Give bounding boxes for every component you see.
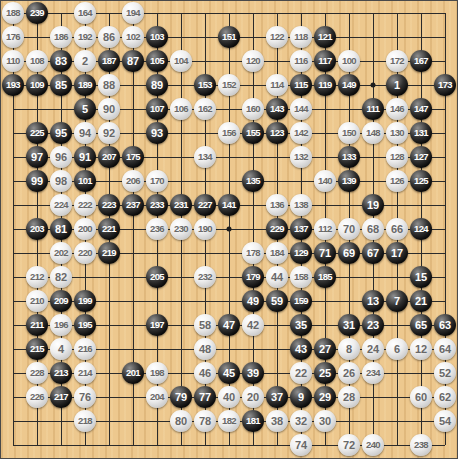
intersection-o1[interactable]: [337, 1, 361, 25]
intersection-p2[interactable]: [361, 25, 385, 49]
intersection-r16[interactable]: [409, 361, 433, 385]
intersection-h10[interactable]: 230: [169, 217, 193, 241]
intersection-p1[interactable]: [361, 1, 385, 25]
intersection-i6[interactable]: [193, 121, 217, 145]
intersection-i11[interactable]: [193, 241, 217, 265]
intersection-b10[interactable]: 203: [25, 217, 49, 241]
intersection-j7[interactable]: [217, 145, 241, 169]
intersection-q3[interactable]: 172: [385, 49, 409, 73]
intersection-i19[interactable]: [193, 433, 217, 457]
intersection-l3[interactable]: [265, 49, 289, 73]
intersection-r1[interactable]: [409, 1, 433, 25]
intersection-s17[interactable]: 62: [433, 385, 457, 409]
intersection-n6[interactable]: [313, 121, 337, 145]
intersection-o19[interactable]: 72: [337, 433, 361, 457]
intersection-h12[interactable]: [169, 265, 193, 289]
intersection-m5[interactable]: 144: [289, 97, 313, 121]
intersection-e16[interactable]: [97, 361, 121, 385]
intersection-i8[interactable]: [193, 169, 217, 193]
intersection-a5[interactable]: [1, 97, 25, 121]
intersection-i2[interactable]: [193, 25, 217, 49]
intersection-b13[interactable]: 210: [25, 289, 49, 313]
intersection-d10[interactable]: 200: [73, 217, 97, 241]
intersection-a1[interactable]: 188: [1, 1, 25, 25]
intersection-a15[interactable]: [1, 337, 25, 361]
intersection-r2[interactable]: [409, 25, 433, 49]
intersection-d16[interactable]: 214: [73, 361, 97, 385]
intersection-s12[interactable]: [433, 265, 457, 289]
intersection-n18[interactable]: 30: [313, 409, 337, 433]
intersection-a10[interactable]: [1, 217, 25, 241]
intersection-j14[interactable]: 47: [217, 313, 241, 337]
intersection-g3[interactable]: 105: [145, 49, 169, 73]
intersection-m12[interactable]: 158: [289, 265, 313, 289]
intersection-j17[interactable]: 40: [217, 385, 241, 409]
intersection-a2[interactable]: 176: [1, 25, 25, 49]
intersection-j10[interactable]: [217, 217, 241, 241]
intersection-j4[interactable]: 152: [217, 73, 241, 97]
intersection-m18[interactable]: 32: [289, 409, 313, 433]
intersection-j3[interactable]: [217, 49, 241, 73]
intersection-e12[interactable]: [97, 265, 121, 289]
intersection-j19[interactable]: [217, 433, 241, 457]
intersection-b17[interactable]: 226: [25, 385, 49, 409]
intersection-s15[interactable]: 64: [433, 337, 457, 361]
intersection-f5[interactable]: [121, 97, 145, 121]
intersection-m16[interactable]: 22: [289, 361, 313, 385]
intersection-l14[interactable]: [265, 313, 289, 337]
intersection-b5[interactable]: [25, 97, 49, 121]
intersection-m1[interactable]: [289, 1, 313, 25]
intersection-b8[interactable]: 99: [25, 169, 49, 193]
intersection-p13[interactable]: 13: [361, 289, 385, 313]
intersection-l19[interactable]: [265, 433, 289, 457]
intersection-a13[interactable]: [1, 289, 25, 313]
intersection-p8[interactable]: [361, 169, 385, 193]
intersection-q5[interactable]: 146: [385, 97, 409, 121]
intersection-q7[interactable]: 128: [385, 145, 409, 169]
intersection-g10[interactable]: 236: [145, 217, 169, 241]
intersection-g9[interactable]: 233: [145, 193, 169, 217]
intersection-d2[interactable]: 192: [73, 25, 97, 49]
intersection-l15[interactable]: [265, 337, 289, 361]
intersection-c7[interactable]: 96: [49, 145, 73, 169]
intersection-e5[interactable]: 90: [97, 97, 121, 121]
intersection-q11[interactable]: 17: [385, 241, 409, 265]
intersection-h7[interactable]: [169, 145, 193, 169]
intersection-f4[interactable]: [121, 73, 145, 97]
intersection-e7[interactable]: 207: [97, 145, 121, 169]
intersection-s8[interactable]: [433, 169, 457, 193]
intersection-h11[interactable]: [169, 241, 193, 265]
intersection-l1[interactable]: [265, 1, 289, 25]
intersection-l16[interactable]: [265, 361, 289, 385]
intersection-r6[interactable]: 131: [409, 121, 433, 145]
intersection-d15[interactable]: 216: [73, 337, 97, 361]
intersection-m4[interactable]: 115: [289, 73, 313, 97]
intersection-f17[interactable]: [121, 385, 145, 409]
intersection-h6[interactable]: [169, 121, 193, 145]
intersection-p19[interactable]: 240: [361, 433, 385, 457]
intersection-j6[interactable]: 156: [217, 121, 241, 145]
intersection-r5[interactable]: 147: [409, 97, 433, 121]
intersection-j8[interactable]: [217, 169, 241, 193]
intersection-a4[interactable]: 193: [1, 73, 25, 97]
intersection-b6[interactable]: 225: [25, 121, 49, 145]
intersection-g2[interactable]: 103: [145, 25, 169, 49]
intersection-o15[interactable]: 8: [337, 337, 361, 361]
intersection-c8[interactable]: 98: [49, 169, 73, 193]
intersection-m2[interactable]: 118: [289, 25, 313, 49]
intersection-p16[interactable]: 234: [361, 361, 385, 385]
intersection-i16[interactable]: 46: [193, 361, 217, 385]
intersection-a18[interactable]: [1, 409, 25, 433]
intersection-i9[interactable]: 227: [193, 193, 217, 217]
intersection-l7[interactable]: [265, 145, 289, 169]
intersection-o11[interactable]: 69: [337, 241, 361, 265]
intersection-k5[interactable]: 160: [241, 97, 265, 121]
intersection-g12[interactable]: 205: [145, 265, 169, 289]
intersection-h18[interactable]: 80: [169, 409, 193, 433]
intersection-e15[interactable]: [97, 337, 121, 361]
intersection-i4[interactable]: 153: [193, 73, 217, 97]
intersection-g11[interactable]: [145, 241, 169, 265]
intersection-j1[interactable]: [217, 1, 241, 25]
intersection-c17[interactable]: 217: [49, 385, 73, 409]
intersection-a3[interactable]: 110: [1, 49, 25, 73]
intersection-k4[interactable]: [241, 73, 265, 97]
intersection-d3[interactable]: 2: [73, 49, 97, 73]
intersection-f8[interactable]: 206: [121, 169, 145, 193]
intersection-h5[interactable]: 106: [169, 97, 193, 121]
intersection-m11[interactable]: 129: [289, 241, 313, 265]
intersection-e19[interactable]: [97, 433, 121, 457]
intersection-a17[interactable]: [1, 385, 25, 409]
intersection-c15[interactable]: 4: [49, 337, 73, 361]
intersection-j13[interactable]: [217, 289, 241, 313]
intersection-m3[interactable]: 116: [289, 49, 313, 73]
intersection-d5[interactable]: 5: [73, 97, 97, 121]
intersection-c11[interactable]: 202: [49, 241, 73, 265]
intersection-n13[interactable]: [313, 289, 337, 313]
intersection-b7[interactable]: 97: [25, 145, 49, 169]
intersection-k8[interactable]: 135: [241, 169, 265, 193]
intersection-n16[interactable]: 25: [313, 361, 337, 385]
intersection-c1[interactable]: [49, 1, 73, 25]
intersection-r11[interactable]: [409, 241, 433, 265]
intersection-f15[interactable]: [121, 337, 145, 361]
intersection-l17[interactable]: 37: [265, 385, 289, 409]
intersection-a16[interactable]: [1, 361, 25, 385]
intersection-d17[interactable]: 76: [73, 385, 97, 409]
intersection-r3[interactable]: 167: [409, 49, 433, 73]
intersection-e14[interactable]: [97, 313, 121, 337]
intersection-g6[interactable]: 93: [145, 121, 169, 145]
intersection-s13[interactable]: [433, 289, 457, 313]
intersection-n17[interactable]: 29: [313, 385, 337, 409]
intersection-p3[interactable]: [361, 49, 385, 73]
intersection-e10[interactable]: 221: [97, 217, 121, 241]
intersection-n10[interactable]: 112: [313, 217, 337, 241]
intersection-b14[interactable]: 211: [25, 313, 49, 337]
intersection-p9[interactable]: 19: [361, 193, 385, 217]
intersection-b3[interactable]: 108: [25, 49, 49, 73]
intersection-s11[interactable]: [433, 241, 457, 265]
intersection-g16[interactable]: 198: [145, 361, 169, 385]
intersection-h1[interactable]: [169, 1, 193, 25]
intersection-d8[interactable]: 101: [73, 169, 97, 193]
intersection-f1[interactable]: 194: [121, 1, 145, 25]
intersection-i13[interactable]: [193, 289, 217, 313]
intersection-d7[interactable]: 91: [73, 145, 97, 169]
intersection-m13[interactable]: 159: [289, 289, 313, 313]
intersection-q2[interactable]: [385, 25, 409, 49]
intersection-h16[interactable]: [169, 361, 193, 385]
intersection-k6[interactable]: 155: [241, 121, 265, 145]
intersection-c5[interactable]: [49, 97, 73, 121]
intersection-o10[interactable]: 70: [337, 217, 361, 241]
intersection-k16[interactable]: 39: [241, 361, 265, 385]
intersection-a12[interactable]: [1, 265, 25, 289]
intersection-s10[interactable]: [433, 217, 457, 241]
intersection-h15[interactable]: [169, 337, 193, 361]
intersection-a7[interactable]: [1, 145, 25, 169]
intersection-r18[interactable]: [409, 409, 433, 433]
intersection-j9[interactable]: 141: [217, 193, 241, 217]
intersection-c13[interactable]: 209: [49, 289, 73, 313]
intersection-e18[interactable]: [97, 409, 121, 433]
intersection-q18[interactable]: [385, 409, 409, 433]
intersection-c19[interactable]: [49, 433, 73, 457]
intersection-n19[interactable]: [313, 433, 337, 457]
intersection-i7[interactable]: 134: [193, 145, 217, 169]
intersection-m10[interactable]: 137: [289, 217, 313, 241]
intersection-k17[interactable]: 20: [241, 385, 265, 409]
intersection-d6[interactable]: 94: [73, 121, 97, 145]
intersection-n3[interactable]: 117: [313, 49, 337, 73]
intersection-r9[interactable]: [409, 193, 433, 217]
intersection-s14[interactable]: 63: [433, 313, 457, 337]
intersection-s6[interactable]: [433, 121, 457, 145]
intersection-s18[interactable]: 54: [433, 409, 457, 433]
intersection-k3[interactable]: 120: [241, 49, 265, 73]
intersection-f13[interactable]: [121, 289, 145, 313]
intersection-i17[interactable]: 77: [193, 385, 217, 409]
intersection-f18[interactable]: [121, 409, 145, 433]
intersection-s9[interactable]: [433, 193, 457, 217]
intersection-q4[interactable]: 1: [385, 73, 409, 97]
intersection-n12[interactable]: 185: [313, 265, 337, 289]
intersection-s5[interactable]: [433, 97, 457, 121]
intersection-o13[interactable]: [337, 289, 361, 313]
intersection-q1[interactable]: [385, 1, 409, 25]
intersection-l9[interactable]: 136: [265, 193, 289, 217]
intersection-h13[interactable]: [169, 289, 193, 313]
intersection-r14[interactable]: 65: [409, 313, 433, 337]
intersection-a8[interactable]: [1, 169, 25, 193]
intersection-e11[interactable]: 219: [97, 241, 121, 265]
intersection-q9[interactable]: [385, 193, 409, 217]
intersection-c18[interactable]: [49, 409, 73, 433]
intersection-c10[interactable]: 81: [49, 217, 73, 241]
intersection-n11[interactable]: 71: [313, 241, 337, 265]
intersection-j11[interactable]: [217, 241, 241, 265]
intersection-q13[interactable]: 7: [385, 289, 409, 313]
intersection-c14[interactable]: 196: [49, 313, 73, 337]
intersection-f9[interactable]: 237: [121, 193, 145, 217]
intersection-k10[interactable]: [241, 217, 265, 241]
intersection-i1[interactable]: [193, 1, 217, 25]
intersection-n2[interactable]: 121: [313, 25, 337, 49]
intersection-h19[interactable]: [169, 433, 193, 457]
intersection-p5[interactable]: 111: [361, 97, 385, 121]
intersection-d1[interactable]: 164: [73, 1, 97, 25]
intersection-c12[interactable]: 82: [49, 265, 73, 289]
intersection-i18[interactable]: 78: [193, 409, 217, 433]
intersection-a19[interactable]: [1, 433, 25, 457]
intersection-f2[interactable]: 102: [121, 25, 145, 49]
intersection-r8[interactable]: 125: [409, 169, 433, 193]
intersection-f14[interactable]: [121, 313, 145, 337]
intersection-s3[interactable]: [433, 49, 457, 73]
intersection-q14[interactable]: [385, 313, 409, 337]
intersection-k13[interactable]: 49: [241, 289, 265, 313]
intersection-o12[interactable]: [337, 265, 361, 289]
intersection-k2[interactable]: [241, 25, 265, 49]
intersection-f11[interactable]: [121, 241, 145, 265]
intersection-a14[interactable]: [1, 313, 25, 337]
intersection-k12[interactable]: 179: [241, 265, 265, 289]
intersection-p11[interactable]: 67: [361, 241, 385, 265]
intersection-o6[interactable]: 150: [337, 121, 361, 145]
intersection-r19[interactable]: 238: [409, 433, 433, 457]
intersection-k11[interactable]: 178: [241, 241, 265, 265]
intersection-g18[interactable]: [145, 409, 169, 433]
intersection-k14[interactable]: 42: [241, 313, 265, 337]
intersection-o18[interactable]: [337, 409, 361, 433]
intersection-r12[interactable]: 15: [409, 265, 433, 289]
intersection-q15[interactable]: 6: [385, 337, 409, 361]
intersection-k15[interactable]: [241, 337, 265, 361]
intersection-l10[interactable]: 229: [265, 217, 289, 241]
intersection-p10[interactable]: 68: [361, 217, 385, 241]
intersection-b9[interactable]: [25, 193, 49, 217]
intersection-p4[interactable]: [361, 73, 385, 97]
intersection-h8[interactable]: [169, 169, 193, 193]
intersection-j2[interactable]: 151: [217, 25, 241, 49]
intersection-r13[interactable]: 21: [409, 289, 433, 313]
intersection-e4[interactable]: 88: [97, 73, 121, 97]
intersection-n15[interactable]: 27: [313, 337, 337, 361]
intersection-b19[interactable]: [25, 433, 49, 457]
intersection-o8[interactable]: 139: [337, 169, 361, 193]
intersection-i5[interactable]: 162: [193, 97, 217, 121]
intersection-i15[interactable]: 48: [193, 337, 217, 361]
intersection-g13[interactable]: [145, 289, 169, 313]
intersection-b11[interactable]: [25, 241, 49, 265]
intersection-p6[interactable]: 148: [361, 121, 385, 145]
intersection-e1[interactable]: [97, 1, 121, 25]
intersection-j18[interactable]: 182: [217, 409, 241, 433]
intersection-r17[interactable]: 60: [409, 385, 433, 409]
intersection-c4[interactable]: 85: [49, 73, 73, 97]
intersection-s2[interactable]: [433, 25, 457, 49]
intersection-a9[interactable]: [1, 193, 25, 217]
intersection-e13[interactable]: [97, 289, 121, 313]
intersection-m15[interactable]: 43: [289, 337, 313, 361]
intersection-d4[interactable]: 189: [73, 73, 97, 97]
intersection-m7[interactable]: 132: [289, 145, 313, 169]
intersection-g19[interactable]: [145, 433, 169, 457]
intersection-p18[interactable]: [361, 409, 385, 433]
intersection-q19[interactable]: [385, 433, 409, 457]
intersection-s16[interactable]: 52: [433, 361, 457, 385]
intersection-d19[interactable]: [73, 433, 97, 457]
intersection-l13[interactable]: 59: [265, 289, 289, 313]
intersection-f7[interactable]: 175: [121, 145, 145, 169]
intersection-r7[interactable]: 127: [409, 145, 433, 169]
intersection-s19[interactable]: [433, 433, 457, 457]
intersection-i14[interactable]: 58: [193, 313, 217, 337]
intersection-k9[interactable]: [241, 193, 265, 217]
intersection-j5[interactable]: [217, 97, 241, 121]
intersection-p7[interactable]: [361, 145, 385, 169]
intersection-c2[interactable]: 186: [49, 25, 73, 49]
intersection-q16[interactable]: [385, 361, 409, 385]
intersection-f19[interactable]: [121, 433, 145, 457]
intersection-k18[interactable]: 181: [241, 409, 265, 433]
intersection-k19[interactable]: [241, 433, 265, 457]
intersection-r4[interactable]: [409, 73, 433, 97]
intersection-a6[interactable]: [1, 121, 25, 145]
intersection-l12[interactable]: 44: [265, 265, 289, 289]
intersection-l5[interactable]: 143: [265, 97, 289, 121]
intersection-j16[interactable]: 45: [217, 361, 241, 385]
intersection-s4[interactable]: 173: [433, 73, 457, 97]
intersection-h4[interactable]: [169, 73, 193, 97]
intersection-d14[interactable]: 195: [73, 313, 97, 337]
intersection-f16[interactable]: 201: [121, 361, 145, 385]
intersection-d12[interactable]: [73, 265, 97, 289]
intersection-c9[interactable]: 224: [49, 193, 73, 217]
intersection-l6[interactable]: 123: [265, 121, 289, 145]
intersection-d11[interactable]: 220: [73, 241, 97, 265]
intersection-e17[interactable]: [97, 385, 121, 409]
intersection-e8[interactable]: [97, 169, 121, 193]
intersection-e3[interactable]: 187: [97, 49, 121, 73]
intersection-l18[interactable]: 38: [265, 409, 289, 433]
intersection-h2[interactable]: [169, 25, 193, 49]
intersection-i3[interactable]: [193, 49, 217, 73]
intersection-j15[interactable]: [217, 337, 241, 361]
intersection-l11[interactable]: 184: [265, 241, 289, 265]
intersection-p14[interactable]: 23: [361, 313, 385, 337]
intersection-f10[interactable]: [121, 217, 145, 241]
intersection-f3[interactable]: 87: [121, 49, 145, 73]
intersection-p17[interactable]: [361, 385, 385, 409]
intersection-c6[interactable]: 95: [49, 121, 73, 145]
intersection-s1[interactable]: [433, 1, 457, 25]
intersection-o16[interactable]: 26: [337, 361, 361, 385]
intersection-r10[interactable]: 124: [409, 217, 433, 241]
intersection-g5[interactable]: 107: [145, 97, 169, 121]
intersection-d18[interactable]: 218: [73, 409, 97, 433]
intersection-n5[interactable]: [313, 97, 337, 121]
intersection-d9[interactable]: 222: [73, 193, 97, 217]
intersection-g8[interactable]: 170: [145, 169, 169, 193]
intersection-c3[interactable]: 83: [49, 49, 73, 73]
intersection-l8[interactable]: [265, 169, 289, 193]
